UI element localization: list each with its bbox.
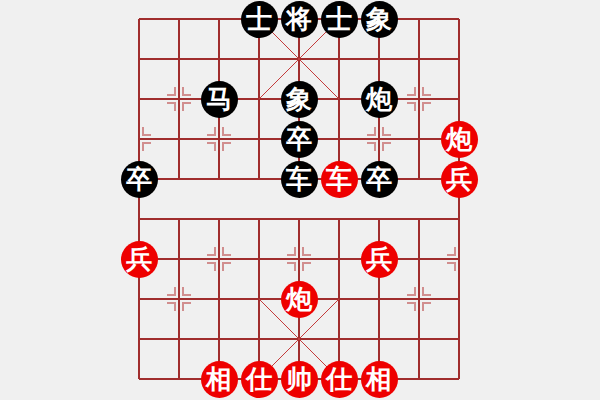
piece-red-chariot[interactable]: 车 [321,161,358,198]
piece-black-elephant[interactable]: 象 [361,1,398,38]
piece-red-elephant[interactable]: 相 [201,361,238,398]
xiangqi-board[interactable]: 士将士象马象炮卒炮卒车车卒兵兵兵炮相仕帅仕相 [139,19,459,379]
piece-red-cannon[interactable]: 炮 [281,281,318,318]
piece-black-soldier[interactable]: 卒 [361,161,398,198]
piece-black-general[interactable]: 将 [281,1,318,38]
piece-red-soldier[interactable]: 兵 [121,241,158,278]
piece-red-soldier[interactable]: 兵 [361,241,398,278]
piece-black-horse[interactable]: 马 [201,81,238,118]
piece-red-soldier[interactable]: 兵 [441,161,478,198]
piece-black-elephant[interactable]: 象 [281,81,318,118]
piece-black-soldier[interactable]: 卒 [121,161,158,198]
piece-black-advisor[interactable]: 士 [321,1,358,38]
piece-black-cannon[interactable]: 炮 [361,81,398,118]
piece-red-cannon[interactable]: 炮 [441,121,478,158]
piece-red-elephant[interactable]: 相 [361,361,398,398]
piece-black-soldier[interactable]: 卒 [281,121,318,158]
piece-red-advisor[interactable]: 仕 [321,361,358,398]
piece-red-king[interactable]: 帅 [281,361,318,398]
piece-red-advisor[interactable]: 仕 [241,361,278,398]
piece-black-chariot[interactable]: 车 [281,161,318,198]
xiangqi-app: 士将士象马象炮卒炮卒车车卒兵兵兵炮相仕帅仕相 [0,0,600,400]
piece-black-advisor[interactable]: 士 [241,1,278,38]
board-grid[interactable]: 士将士象马象炮卒炮卒车车卒兵兵兵炮相仕帅仕相 [119,0,479,399]
